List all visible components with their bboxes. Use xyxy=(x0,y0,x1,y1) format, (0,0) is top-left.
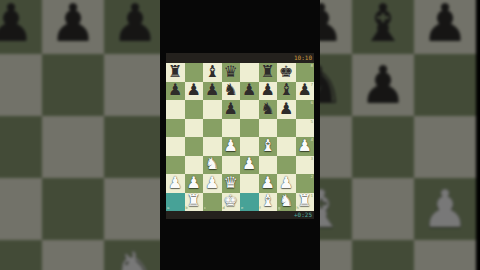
bg-square-a4 xyxy=(0,178,42,240)
black-bishop-icon[interactable]: ♝ xyxy=(205,64,219,80)
square-d3[interactable] xyxy=(222,156,241,175)
file-label-g: g xyxy=(278,206,280,210)
bg-square-b4 xyxy=(42,178,104,240)
file-label-h: h xyxy=(297,206,299,210)
square-d1[interactable]: ♚d xyxy=(222,193,241,212)
white-knight-icon[interactable]: ♞ xyxy=(205,156,219,172)
white-king-icon[interactable]: ♚ xyxy=(224,193,238,209)
square-a4[interactable] xyxy=(166,137,185,156)
bg-square-a3 xyxy=(0,240,42,270)
square-f6[interactable]: ♞ xyxy=(259,100,278,119)
square-e4[interactable] xyxy=(240,137,259,156)
square-f4[interactable]: ♝ xyxy=(259,137,278,156)
rank-label-3: 3 xyxy=(311,157,313,161)
white-pawn-icon[interactable]: ♟ xyxy=(298,138,312,154)
square-b6[interactable] xyxy=(185,100,204,119)
black-pawn-icon[interactable]: ♟ xyxy=(224,101,238,117)
bg-square-g4 xyxy=(352,178,414,240)
square-c3[interactable]: ♞ xyxy=(203,156,222,175)
black-pawn-icon[interactable]: ♟ xyxy=(242,82,256,98)
bg-square-a6 xyxy=(0,54,42,116)
bg-square-g5 xyxy=(352,116,414,178)
square-e1[interactable]: e xyxy=(240,193,259,212)
square-h6[interactable]: 6 xyxy=(296,100,315,119)
bg-square-h6 xyxy=(414,54,476,116)
black-pawn-icon[interactable]: ♟ xyxy=(298,82,312,98)
black-rook-icon[interactable]: ♜ xyxy=(168,64,182,80)
white-knight-icon[interactable]: ♞ xyxy=(279,193,293,209)
square-b3[interactable] xyxy=(185,156,204,175)
square-d5[interactable] xyxy=(222,119,241,138)
square-g6[interactable]: ♟ xyxy=(277,100,296,119)
white-pawn-icon[interactable]: ♟ xyxy=(242,156,256,172)
white-pawn-icon[interactable]: ♟ xyxy=(224,138,238,154)
white-queen-icon[interactable]: ♛ xyxy=(224,175,238,191)
square-g2[interactable]: ♟ xyxy=(277,174,296,193)
square-f3[interactable] xyxy=(259,156,278,175)
bg-square-h7: ♟ xyxy=(414,0,476,54)
rank-label-7: 7 xyxy=(311,83,313,87)
white-rook-icon[interactable]: ♜ xyxy=(298,193,312,209)
white-pawn-icon[interactable]: ♟ xyxy=(279,175,293,191)
square-d4[interactable]: ♟ xyxy=(222,137,241,156)
bg-square-g6: ♟ xyxy=(352,54,414,116)
file-label-c: c xyxy=(204,206,206,210)
black-knight-icon[interactable]: ♞ xyxy=(224,82,238,98)
black-king-icon[interactable]: ♚ xyxy=(279,64,293,80)
square-f1[interactable]: ♝f xyxy=(259,193,278,212)
bg-square-a7: ♟ xyxy=(0,0,42,54)
square-g7[interactable]: ♝ xyxy=(277,82,296,101)
bg-square-c7: ♟ xyxy=(104,0,166,54)
file-label-a: a xyxy=(167,206,169,210)
rank-label-5: 5 xyxy=(311,120,313,124)
bg-square-g7: ♝ xyxy=(352,0,414,54)
square-h5[interactable]: 5 xyxy=(296,119,315,138)
bg-black-pawn-icon: ♟ xyxy=(0,0,34,49)
rank-label-8: 8 xyxy=(311,64,313,68)
square-a5[interactable] xyxy=(166,119,185,138)
black-rook-icon[interactable]: ♜ xyxy=(261,64,275,80)
square-g1[interactable]: ♞g xyxy=(277,193,296,212)
square-c4[interactable] xyxy=(203,137,222,156)
square-h4[interactable]: ♟4 xyxy=(296,137,315,156)
chess-game-panel: 10:10 ♜♝♛♜♚8♟♟♟♞♟♟♝♟7♟♞♟65♟♝♟4♞♟3♟♟♟♛♟♟2… xyxy=(166,53,314,219)
white-pawn-icon[interactable]: ♟ xyxy=(205,175,219,191)
black-pawn-icon[interactable]: ♟ xyxy=(168,82,182,98)
bg-black-bishop-icon: ♝ xyxy=(360,0,407,49)
square-c5[interactable] xyxy=(203,119,222,138)
square-c1[interactable]: c xyxy=(203,193,222,212)
chess-board[interactable]: ♜♝♛♜♚8♟♟♟♞♟♟♝♟7♟♞♟65♟♝♟4♞♟3♟♟♟♛♟♟2a♜bc♚d… xyxy=(166,63,314,211)
black-pawn-icon[interactable]: ♟ xyxy=(205,82,219,98)
square-f2[interactable]: ♟ xyxy=(259,174,278,193)
square-c7[interactable]: ♟ xyxy=(203,82,222,101)
square-b2[interactable]: ♟ xyxy=(185,174,204,193)
square-f5[interactable] xyxy=(259,119,278,138)
white-pawn-icon[interactable]: ♟ xyxy=(261,175,275,191)
bg-square-b6 xyxy=(42,54,104,116)
square-f8[interactable]: ♜ xyxy=(259,63,278,82)
bg-square-h5 xyxy=(414,116,476,178)
square-g5[interactable] xyxy=(277,119,296,138)
bg-square-h4: ♟ xyxy=(414,178,476,240)
rank-label-6: 6 xyxy=(311,101,313,105)
white-rook-icon[interactable]: ♜ xyxy=(187,193,201,209)
bg-square-g3 xyxy=(352,240,414,270)
square-b7[interactable]: ♟ xyxy=(185,82,204,101)
opponent-clock: 10:10 xyxy=(294,55,312,61)
bg-square-c4 xyxy=(104,178,166,240)
square-a1[interactable]: a xyxy=(166,193,185,212)
square-e5[interactable] xyxy=(240,119,259,138)
square-b1[interactable]: ♜b xyxy=(185,193,204,212)
square-g3[interactable] xyxy=(277,156,296,175)
bg-square-b3 xyxy=(42,240,104,270)
square-b8[interactable] xyxy=(185,63,204,82)
square-e7[interactable]: ♟ xyxy=(240,82,259,101)
square-d7[interactable]: ♞ xyxy=(222,82,241,101)
square-f7[interactable]: ♟ xyxy=(259,82,278,101)
square-c6[interactable] xyxy=(203,100,222,119)
square-h8[interactable]: 8 xyxy=(296,63,315,82)
bg-square-b5 xyxy=(42,116,104,178)
white-pawn-icon[interactable]: ♟ xyxy=(168,175,182,191)
bg-square-c5 xyxy=(104,116,166,178)
black-pawn-icon[interactable]: ♟ xyxy=(279,101,293,117)
bg-square-c3: ♞ xyxy=(104,240,166,270)
bg-white-knight-icon: ♞ xyxy=(112,245,159,270)
file-label-e: e xyxy=(241,206,243,210)
square-h3[interactable]: 3 xyxy=(296,156,315,175)
square-d8[interactable]: ♛ xyxy=(222,63,241,82)
black-bishop-icon[interactable]: ♝ xyxy=(279,82,293,98)
white-bishop-icon[interactable]: ♝ xyxy=(261,138,275,154)
rank-label-1: 1 xyxy=(311,194,313,198)
file-label-d: d xyxy=(223,206,225,210)
bg-black-pawn-icon: ♟ xyxy=(50,0,97,49)
bg-square-b7: ♟ xyxy=(42,0,104,54)
square-a6[interactable] xyxy=(166,100,185,119)
player-clock-bar: +0:25 xyxy=(166,211,314,219)
bg-white-pawn-icon: ♟ xyxy=(422,183,469,235)
white-bishop-icon[interactable]: ♝ xyxy=(261,193,275,209)
square-e6[interactable] xyxy=(240,100,259,119)
bg-black-pawn-icon: ♟ xyxy=(360,59,407,111)
square-h1[interactable]: ♜h1 xyxy=(296,193,315,212)
bg-square-h3 xyxy=(414,240,476,270)
player-clock: +0:25 xyxy=(294,212,312,218)
square-c2[interactable]: ♟ xyxy=(203,174,222,193)
square-h7[interactable]: ♟7 xyxy=(296,82,315,101)
bg-black-pawn-icon: ♟ xyxy=(112,0,159,49)
file-label-b: b xyxy=(186,206,188,210)
square-e3[interactable]: ♟ xyxy=(240,156,259,175)
square-d6[interactable]: ♟ xyxy=(222,100,241,119)
bg-square-c6 xyxy=(104,54,166,116)
square-h2[interactable]: 2 xyxy=(296,174,315,193)
bg-black-pawn-icon: ♟ xyxy=(422,0,469,49)
file-label-f: f xyxy=(260,206,261,210)
square-e8[interactable] xyxy=(240,63,259,82)
opponent-clock-bar: 10:10 xyxy=(166,53,314,63)
black-queen-icon[interactable]: ♛ xyxy=(224,64,238,80)
square-a3[interactable] xyxy=(166,156,185,175)
rank-label-4: 4 xyxy=(311,138,313,142)
square-e2[interactable] xyxy=(240,174,259,193)
bg-square-a5 xyxy=(0,116,42,178)
square-b5[interactable] xyxy=(185,119,204,138)
black-pawn-icon[interactable]: ♟ xyxy=(187,82,201,98)
square-a2[interactable]: ♟ xyxy=(166,174,185,193)
square-g4[interactable] xyxy=(277,137,296,156)
square-a7[interactable]: ♟ xyxy=(166,82,185,101)
square-d2[interactable]: ♛ xyxy=(222,174,241,193)
square-b4[interactable] xyxy=(185,137,204,156)
white-pawn-icon[interactable]: ♟ xyxy=(187,175,201,191)
black-pawn-icon[interactable]: ♟ xyxy=(261,82,275,98)
black-knight-icon[interactable]: ♞ xyxy=(261,101,275,117)
video-frame: ♜♝♛♜♚♟♟♟♞♟♟♝♟♟♞♟♟♝♟♞♟♟♟♟♛♟♟♜♚♝♞♜ 10:10 ♜… xyxy=(0,0,480,270)
square-c8[interactable]: ♝ xyxy=(203,63,222,82)
rank-label-2: 2 xyxy=(311,175,313,179)
square-a8[interactable]: ♜ xyxy=(166,63,185,82)
square-g8[interactable]: ♚ xyxy=(277,63,296,82)
